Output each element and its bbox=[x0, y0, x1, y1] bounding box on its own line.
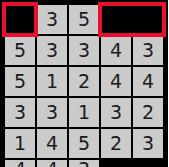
cell-r4c1[interactable]: 3 bbox=[101, 98, 131, 127]
cell-r3c5[interactable]: 1 bbox=[69, 98, 99, 127]
cell-r5c3[interactable]: 4 bbox=[5, 160, 35, 167]
cell-r1c1[interactable]: 3 bbox=[37, 5, 67, 34]
cell-r2c2[interactable]: 3 bbox=[133, 36, 163, 65]
cell-r1c4[interactable]: 3 bbox=[37, 36, 67, 65]
cell-r4c3[interactable]: 1 bbox=[5, 129, 35, 158]
cell-r4c2[interactable]: 2 bbox=[133, 98, 163, 127]
cell-r5c4[interactable]: 4 bbox=[37, 160, 67, 167]
cell-r2c4[interactable]: 1 bbox=[37, 67, 67, 96]
cell-r3c1[interactable]: 4 bbox=[101, 67, 131, 96]
cell-r2c3[interactable]: 5 bbox=[5, 67, 35, 96]
cell-r4c4[interactable]: 4 bbox=[37, 129, 67, 158]
cell-r2c1[interactable]: 4 bbox=[101, 36, 131, 65]
cell-r5c1[interactable]: 2 bbox=[101, 129, 131, 158]
cell-r4c5[interactable]: 5 bbox=[69, 129, 99, 158]
cell-r1c3[interactable]: 5 bbox=[5, 36, 35, 65]
cell-r1c5[interactable]: 3 bbox=[69, 36, 99, 65]
puzzle-board: 3 5 5 3 3 4 3 5 1 2 4 4 3 3 1 3 2 1 4 5 … bbox=[0, 0, 168, 167]
cell-r1c2[interactable]: 5 bbox=[69, 5, 99, 34]
cell-r3c3[interactable]: 3 bbox=[5, 98, 35, 127]
cell-r3c2[interactable]: 4 bbox=[133, 67, 163, 96]
highlight-box-r1c4-c5 bbox=[98, 2, 166, 37]
cell-r5c2[interactable]: 3 bbox=[133, 129, 163, 158]
cell-r5c5[interactable]: 3 bbox=[69, 160, 99, 167]
cell-r3c4[interactable]: 3 bbox=[37, 98, 67, 127]
highlight-box-r1c1 bbox=[2, 2, 38, 37]
cell-r2c5[interactable]: 2 bbox=[69, 67, 99, 96]
